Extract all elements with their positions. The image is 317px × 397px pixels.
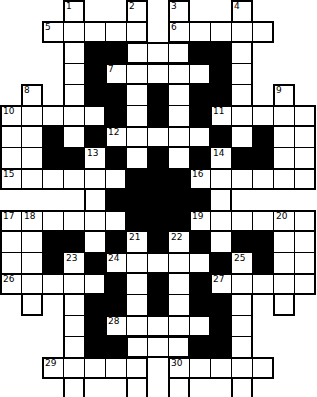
letter-cell[interactable] <box>189 357 211 379</box>
letter-cell[interactable]: 29 <box>42 357 64 379</box>
letter-cell[interactable] <box>252 21 274 43</box>
block-cell <box>231 147 253 169</box>
letter-cell[interactable]: 23 <box>63 252 85 274</box>
block-cell <box>84 336 106 358</box>
letter-cell[interactable] <box>168 315 190 337</box>
letter-cell[interactable] <box>126 21 148 43</box>
letter-cell[interactable]: 22 <box>168 231 190 253</box>
letter-cell[interactable] <box>210 210 232 232</box>
letter-cell[interactable] <box>189 252 211 274</box>
letter-cell[interactable]: 6 <box>168 21 190 43</box>
block-cell <box>105 84 127 106</box>
block-cell <box>84 63 106 85</box>
clue-number: 2 <box>129 1 135 11</box>
block-cell <box>210 84 232 106</box>
letter-cell[interactable] <box>0 147 22 169</box>
letter-cell[interactable] <box>126 105 148 127</box>
clue-number: 14 <box>213 148 224 158</box>
letter-cell[interactable]: 16 <box>189 168 211 190</box>
clue-number: 25 <box>234 253 245 263</box>
letter-cell[interactable] <box>294 126 316 148</box>
block-cell <box>147 210 169 232</box>
block-cell <box>105 336 127 358</box>
letter-cell[interactable] <box>168 126 190 148</box>
letter-cell[interactable] <box>168 273 190 295</box>
letter-cell[interactable]: 24 <box>105 252 127 274</box>
letter-cell[interactable] <box>21 252 43 274</box>
block-cell <box>147 273 169 295</box>
letter-cell[interactable] <box>231 273 253 295</box>
letter-cell[interactable]: 11 <box>210 105 232 127</box>
block-cell <box>42 252 64 274</box>
clue-number: 9 <box>276 85 282 95</box>
letter-cell[interactable] <box>126 378 148 397</box>
letter-cell[interactable]: 2 <box>126 0 148 22</box>
letter-cell[interactable] <box>126 126 148 148</box>
letter-cell[interactable] <box>147 336 169 358</box>
letter-cell[interactable]: 9 <box>273 84 295 106</box>
letter-cell[interactable] <box>231 84 253 106</box>
block-cell <box>84 42 106 64</box>
letter-cell[interactable]: 10 <box>0 105 22 127</box>
block-cell <box>147 105 169 127</box>
letter-cell[interactable]: 19 <box>189 210 211 232</box>
letter-cell[interactable] <box>168 105 190 127</box>
letter-cell[interactable] <box>63 42 85 64</box>
block-cell <box>168 168 190 190</box>
letter-cell[interactable] <box>168 378 190 397</box>
block-cell <box>210 42 232 64</box>
letter-cell[interactable]: 26 <box>0 273 22 295</box>
letter-cell[interactable] <box>147 63 169 85</box>
block-cell <box>189 231 211 253</box>
block-cell <box>147 231 169 253</box>
block-cell <box>147 168 169 190</box>
block-cell <box>105 42 127 64</box>
letter-cell[interactable] <box>147 252 169 274</box>
clue-number: 28 <box>108 316 119 326</box>
block-cell <box>210 336 232 358</box>
block-cell <box>189 147 211 169</box>
letter-cell[interactable] <box>189 21 211 43</box>
letter-cell[interactable]: 4 <box>231 0 253 22</box>
block-cell <box>189 84 211 106</box>
crossword-grid: 1234567891011121314151617181920212223242… <box>0 0 317 397</box>
letter-cell[interactable] <box>189 63 211 85</box>
letter-cell[interactable] <box>210 357 232 379</box>
letter-cell[interactable] <box>0 231 22 253</box>
letter-cell[interactable] <box>0 252 22 274</box>
letter-cell[interactable] <box>210 189 232 211</box>
letter-cell[interactable]: 27 <box>210 273 232 295</box>
clue-number: 20 <box>276 211 287 221</box>
letter-cell[interactable] <box>63 336 85 358</box>
letter-cell[interactable] <box>252 273 274 295</box>
block-cell <box>105 189 127 211</box>
block-cell <box>84 84 106 106</box>
letter-cell[interactable] <box>294 231 316 253</box>
letter-cell[interactable] <box>210 231 232 253</box>
block-cell <box>189 105 211 127</box>
clue-number: 27 <box>213 274 224 284</box>
letter-cell[interactable] <box>0 126 22 148</box>
block-cell <box>168 210 190 232</box>
letter-cell[interactable] <box>189 126 211 148</box>
letter-cell[interactable] <box>147 315 169 337</box>
letter-cell[interactable] <box>63 21 85 43</box>
clue-number: 11 <box>213 106 224 116</box>
letter-cell[interactable] <box>231 126 253 148</box>
letter-cell[interactable] <box>42 273 64 295</box>
letter-cell[interactable] <box>21 273 43 295</box>
letter-cell[interactable] <box>84 168 106 190</box>
letter-cell[interactable] <box>231 357 253 379</box>
letter-cell[interactable] <box>294 168 316 190</box>
clue-number: 21 <box>129 232 140 242</box>
clue-number: 5 <box>45 22 51 32</box>
letter-cell[interactable] <box>294 105 316 127</box>
letter-cell[interactable] <box>42 105 64 127</box>
letter-cell[interactable] <box>231 210 253 232</box>
block-cell <box>252 147 274 169</box>
clue-number: 13 <box>87 148 98 158</box>
block-cell <box>231 231 253 253</box>
letter-cell[interactable] <box>126 336 148 358</box>
letter-cell[interactable] <box>210 168 232 190</box>
block-cell <box>147 84 169 106</box>
letter-cell[interactable] <box>84 231 106 253</box>
letter-cell[interactable] <box>63 315 85 337</box>
block-cell <box>105 273 127 295</box>
letter-cell[interactable] <box>126 294 148 316</box>
block-cell <box>147 189 169 211</box>
letter-cell[interactable] <box>210 21 232 43</box>
letter-cell[interactable] <box>231 336 253 358</box>
letter-cell[interactable] <box>84 21 106 43</box>
letter-cell[interactable] <box>273 273 295 295</box>
letter-cell[interactable] <box>63 168 85 190</box>
letter-cell[interactable] <box>231 42 253 64</box>
letter-cell[interactable] <box>63 357 85 379</box>
letter-cell[interactable] <box>63 210 85 232</box>
letter-cell[interactable]: 30 <box>168 357 190 379</box>
letter-cell[interactable] <box>105 21 127 43</box>
letter-cell[interactable] <box>21 168 43 190</box>
letter-cell[interactable] <box>63 63 85 85</box>
clue-number: 23 <box>66 253 77 263</box>
letter-cell[interactable] <box>63 126 85 148</box>
clue-number: 29 <box>45 358 56 368</box>
clue-number: 10 <box>3 106 14 116</box>
block-cell <box>252 252 274 274</box>
block-cell <box>168 189 190 211</box>
letter-cell[interactable]: 14 <box>210 147 232 169</box>
block-cell <box>210 315 232 337</box>
letter-cell[interactable] <box>273 168 295 190</box>
letter-cell[interactable] <box>252 210 274 232</box>
letter-cell[interactable]: 18 <box>21 210 43 232</box>
letter-cell[interactable] <box>105 210 127 232</box>
block-cell <box>210 63 232 85</box>
letter-cell[interactable] <box>231 168 253 190</box>
block-cell <box>126 189 148 211</box>
letter-cell[interactable]: 12 <box>105 126 127 148</box>
letter-cell[interactable] <box>231 315 253 337</box>
letter-cell[interactable]: 5 <box>42 21 64 43</box>
block-cell <box>42 126 64 148</box>
block-cell <box>84 252 106 274</box>
letter-cell[interactable] <box>273 294 295 316</box>
block-cell <box>189 42 211 64</box>
letter-cell[interactable] <box>84 273 106 295</box>
clue-number: 4 <box>234 1 240 11</box>
letter-cell[interactable] <box>168 336 190 358</box>
letter-cell[interactable] <box>147 42 169 64</box>
letter-cell[interactable] <box>21 105 43 127</box>
clue-number: 1 <box>66 1 72 11</box>
letter-cell[interactable] <box>168 252 190 274</box>
block-cell <box>189 336 211 358</box>
letter-cell[interactable] <box>294 252 316 274</box>
letter-cell[interactable]: 8 <box>21 84 43 106</box>
letter-cell[interactable] <box>84 357 106 379</box>
letter-cell[interactable] <box>252 168 274 190</box>
letter-cell[interactable] <box>147 126 169 148</box>
block-cell <box>189 294 211 316</box>
letter-cell[interactable] <box>294 147 316 169</box>
block-cell <box>252 231 274 253</box>
letter-cell[interactable]: 3 <box>168 0 190 22</box>
letter-cell[interactable]: 17 <box>0 210 22 232</box>
letter-cell[interactable]: 20 <box>273 210 295 232</box>
block-cell <box>42 147 64 169</box>
letter-cell[interactable] <box>273 105 295 127</box>
block-cell <box>126 168 148 190</box>
letter-cell[interactable] <box>126 273 148 295</box>
block-cell <box>105 147 127 169</box>
block-cell <box>84 315 106 337</box>
block-cell <box>105 105 127 127</box>
letter-cell[interactable] <box>294 273 316 295</box>
clue-number: 18 <box>24 211 35 221</box>
block-cell <box>252 126 274 148</box>
letter-cell[interactable]: 15 <box>0 168 22 190</box>
clue-number: 16 <box>192 169 203 179</box>
letter-cell[interactable] <box>21 147 43 169</box>
letter-cell[interactable] <box>126 63 148 85</box>
letter-cell[interactable] <box>231 63 253 85</box>
letter-cell[interactable] <box>168 147 190 169</box>
block-cell <box>189 273 211 295</box>
block-cell <box>63 231 85 253</box>
block-cell <box>147 294 169 316</box>
letter-cell[interactable]: 13 <box>84 147 106 169</box>
clue-number: 7 <box>108 64 114 74</box>
letter-cell[interactable] <box>63 294 85 316</box>
clue-number: 15 <box>3 169 14 179</box>
letter-cell[interactable] <box>231 378 253 397</box>
letter-cell[interactable] <box>168 84 190 106</box>
block-cell <box>105 231 127 253</box>
block-cell <box>210 126 232 148</box>
letter-cell[interactable] <box>21 126 43 148</box>
clue-number: 17 <box>3 211 14 221</box>
letter-cell[interactable] <box>273 252 295 274</box>
clue-number: 12 <box>108 127 119 137</box>
letter-cell[interactable]: 25 <box>231 252 253 274</box>
letter-cell[interactable] <box>42 168 64 190</box>
letter-cell[interactable]: 7 <box>105 63 127 85</box>
letter-cell[interactable] <box>126 315 148 337</box>
letter-cell[interactable] <box>273 231 295 253</box>
block-cell <box>63 147 85 169</box>
block-cell <box>210 294 232 316</box>
block-cell <box>105 294 127 316</box>
block-cell <box>126 210 148 232</box>
letter-cell[interactable]: 1 <box>63 0 85 22</box>
letter-cell[interactable] <box>84 210 106 232</box>
letter-cell[interactable] <box>273 147 295 169</box>
letter-cell[interactable] <box>84 189 106 211</box>
letter-cell[interactable] <box>168 294 190 316</box>
block-cell <box>189 189 211 211</box>
letter-cell[interactable] <box>126 357 148 379</box>
clue-number: 8 <box>24 85 30 95</box>
letter-cell[interactable] <box>21 231 43 253</box>
letter-cell[interactable] <box>231 21 253 43</box>
letter-cell[interactable] <box>252 105 274 127</box>
letter-cell[interactable] <box>252 357 274 379</box>
letter-cell[interactable]: 21 <box>126 231 148 253</box>
letter-cell[interactable] <box>168 63 190 85</box>
clue-number: 26 <box>3 274 14 284</box>
clue-number: 3 <box>171 1 177 11</box>
block-cell <box>84 294 106 316</box>
clue-number: 30 <box>171 358 182 368</box>
letter-cell[interactable] <box>126 84 148 106</box>
letter-cell[interactable] <box>84 105 106 127</box>
letter-cell[interactable] <box>168 42 190 64</box>
letter-cell[interactable] <box>105 168 127 190</box>
block-cell <box>147 147 169 169</box>
letter-cell[interactable] <box>42 210 64 232</box>
letter-cell[interactable] <box>63 378 85 397</box>
block-cell <box>84 126 106 148</box>
letter-cell[interactable] <box>231 294 253 316</box>
clue-number: 22 <box>171 232 182 242</box>
letter-cell[interactable] <box>63 84 85 106</box>
letter-cell[interactable] <box>126 147 148 169</box>
block-cell <box>42 231 64 253</box>
letter-cell[interactable] <box>63 105 85 127</box>
letter-cell[interactable] <box>231 105 253 127</box>
letter-cell[interactable] <box>126 42 148 64</box>
letter-cell[interactable] <box>21 294 43 316</box>
letter-cell[interactable] <box>63 273 85 295</box>
letter-cell[interactable] <box>126 252 148 274</box>
letter-cell[interactable] <box>294 210 316 232</box>
letter-cell[interactable] <box>105 357 127 379</box>
block-cell <box>210 252 232 274</box>
letter-cell[interactable] <box>273 126 295 148</box>
clue-number: 19 <box>192 211 203 221</box>
letter-cell[interactable]: 28 <box>105 315 127 337</box>
letter-cell[interactable] <box>189 315 211 337</box>
clue-number: 24 <box>108 253 119 263</box>
clue-number: 6 <box>171 22 177 32</box>
